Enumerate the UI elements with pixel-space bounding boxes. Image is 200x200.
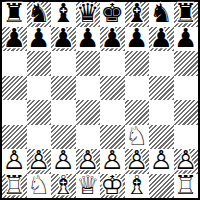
piece-bP-g7[interactable]: ♟ — [150, 25, 173, 51]
square-b1[interactable]: ♞♘ — [27, 174, 52, 199]
square-e1[interactable]: ♚♔ — [100, 174, 125, 199]
piece-halo: ♟ — [125, 25, 148, 51]
square-e4[interactable] — [100, 100, 125, 125]
square-e6[interactable] — [100, 51, 125, 76]
square-c5[interactable] — [51, 76, 76, 101]
square-f8[interactable]: ♝♝ — [125, 2, 150, 27]
square-c8[interactable]: ♝♝ — [51, 2, 76, 27]
piece-halo: ♟ — [76, 25, 99, 51]
piece-halo: ♟ — [27, 147, 50, 173]
piece-halo: ♝ — [125, 172, 148, 198]
square-e8[interactable]: ♚♚ — [100, 2, 125, 27]
square-g3[interactable] — [149, 125, 174, 150]
square-c2[interactable]: ♟♙ — [51, 149, 76, 174]
piece-bP-f7[interactable]: ♟ — [125, 25, 148, 51]
piece-wP-f2[interactable]: ♙ — [125, 147, 148, 173]
piece-halo: ♝ — [52, 0, 75, 26]
piece-halo: ♞ — [27, 0, 50, 26]
square-e5[interactable] — [100, 76, 125, 101]
square-a3[interactable] — [2, 125, 27, 150]
square-h2[interactable]: ♟♙ — [174, 149, 199, 174]
piece-wP-h2[interactable]: ♙ — [174, 147, 197, 173]
piece-bP-b7[interactable]: ♟ — [27, 25, 50, 51]
piece-halo: ♟ — [3, 25, 26, 51]
square-a2[interactable]: ♟♙ — [2, 149, 27, 174]
piece-halo: ♟ — [27, 25, 50, 51]
square-b3[interactable] — [27, 125, 52, 150]
square-f4[interactable] — [125, 100, 150, 125]
piece-bN-b8[interactable]: ♞ — [27, 0, 50, 26]
square-b2[interactable]: ♟♙ — [27, 149, 52, 174]
piece-halo: ♞ — [125, 123, 148, 149]
piece-halo: ♟ — [150, 25, 173, 51]
piece-bR-h8[interactable]: ♜ — [174, 0, 197, 26]
piece-halo: ♝ — [52, 172, 75, 198]
square-g6[interactable] — [149, 51, 174, 76]
piece-halo: ♟ — [174, 147, 197, 173]
piece-halo: ♜ — [3, 172, 26, 198]
square-h7[interactable]: ♟♟ — [174, 27, 199, 52]
square-d8[interactable]: ♛♛ — [76, 2, 101, 27]
piece-halo: ♟ — [101, 147, 124, 173]
piece-halo: ♟ — [52, 147, 75, 173]
square-c4[interactable] — [51, 100, 76, 125]
piece-wR-h1[interactable]: ♖ — [174, 172, 197, 198]
piece-bP-e7[interactable]: ♟ — [101, 25, 124, 51]
square-h3[interactable] — [174, 125, 199, 150]
piece-bB-c8[interactable]: ♝ — [52, 0, 75, 26]
square-a8[interactable]: ♜♜ — [2, 2, 27, 27]
piece-halo: ♛ — [76, 0, 99, 26]
piece-bN-g8[interactable]: ♞ — [150, 0, 173, 26]
piece-wP-e2[interactable]: ♙ — [101, 147, 124, 173]
square-a1[interactable]: ♜♖ — [2, 174, 27, 199]
piece-halo: ♚ — [101, 172, 124, 198]
square-b8[interactable]: ♞♞ — [27, 2, 52, 27]
square-a7[interactable]: ♟♟ — [2, 27, 27, 52]
square-e7[interactable]: ♟♟ — [100, 27, 125, 52]
piece-bP-d7[interactable]: ♟ — [76, 25, 99, 51]
square-d5[interactable] — [76, 76, 101, 101]
piece-wP-b2[interactable]: ♙ — [27, 147, 50, 173]
piece-halo: ♟ — [52, 25, 75, 51]
square-b6[interactable] — [27, 51, 52, 76]
square-b7[interactable]: ♟♟ — [27, 27, 52, 52]
piece-halo: ♟ — [101, 25, 124, 51]
piece-bR-a8[interactable]: ♜ — [3, 0, 26, 26]
square-a4[interactable] — [2, 100, 27, 125]
piece-wK-e1[interactable]: ♔ — [101, 172, 124, 198]
square-h4[interactable] — [174, 100, 199, 125]
piece-halo: ♟ — [3, 147, 26, 173]
piece-wQ-d1[interactable]: ♕ — [76, 172, 99, 198]
piece-halo: ♛ — [76, 172, 99, 198]
piece-wP-g2[interactable]: ♙ — [150, 147, 173, 173]
square-c1[interactable]: ♝♗ — [51, 174, 76, 199]
piece-halo: ♟ — [174, 25, 197, 51]
piece-wP-c2[interactable]: ♙ — [52, 147, 75, 173]
square-f3[interactable]: ♞♘ — [125, 125, 150, 150]
piece-bB-f8[interactable]: ♝ — [125, 0, 148, 26]
square-f1[interactable]: ♝♗ — [125, 174, 150, 199]
square-a5[interactable] — [2, 76, 27, 101]
square-f2[interactable]: ♟♙ — [125, 149, 150, 174]
piece-halo: ♟ — [76, 147, 99, 173]
piece-bP-c7[interactable]: ♟ — [52, 25, 75, 51]
piece-wB-c1[interactable]: ♗ — [52, 172, 75, 198]
piece-halo: ♟ — [150, 147, 173, 173]
square-h8[interactable]: ♜♜ — [174, 2, 199, 27]
piece-wB-f1[interactable]: ♗ — [125, 172, 148, 198]
square-d1[interactable]: ♛♕ — [76, 174, 101, 199]
piece-wP-a2[interactable]: ♙ — [3, 147, 26, 173]
square-g4[interactable] — [149, 100, 174, 125]
square-g2[interactable]: ♟♙ — [149, 149, 174, 174]
square-g5[interactable] — [149, 76, 174, 101]
square-g8[interactable]: ♞♞ — [149, 2, 174, 27]
piece-halo: ♞ — [27, 172, 50, 198]
piece-wN-f3[interactable]: ♘ — [125, 123, 148, 149]
piece-wP-d2[interactable]: ♙ — [76, 147, 99, 173]
square-h1[interactable]: ♜♖ — [174, 174, 199, 199]
square-d7[interactable]: ♟♟ — [76, 27, 101, 52]
square-c6[interactable] — [51, 51, 76, 76]
square-f5[interactable] — [125, 76, 150, 101]
square-d6[interactable] — [76, 51, 101, 76]
square-e3[interactable] — [100, 125, 125, 150]
square-e2[interactable]: ♟♙ — [100, 149, 125, 174]
piece-halo: ♟ — [125, 147, 148, 173]
piece-halo: ♞ — [150, 0, 173, 26]
square-h6[interactable] — [174, 51, 199, 76]
piece-bQ-d8[interactable]: ♛ — [76, 0, 99, 26]
square-d3[interactable] — [76, 125, 101, 150]
square-c7[interactable]: ♟♟ — [51, 27, 76, 52]
piece-bP-a7[interactable]: ♟ — [3, 25, 26, 51]
square-h5[interactable] — [174, 76, 199, 101]
square-d2[interactable]: ♟♙ — [76, 149, 101, 174]
square-b4[interactable] — [27, 100, 52, 125]
piece-halo: ♝ — [125, 0, 148, 26]
piece-bK-e8[interactable]: ♚ — [101, 0, 124, 26]
piece-halo: ♚ — [101, 0, 124, 26]
square-d4[interactable] — [76, 100, 101, 125]
chess-board: ♜♜♞♞♝♝♛♛♚♚♝♝♞♞♜♜♟♟♟♟♟♟♟♟♟♟♟♟♟♟♟♟♞♘♟♙♟♙♟♙… — [0, 0, 200, 200]
piece-halo: ♜ — [174, 172, 197, 198]
square-f6[interactable] — [125, 51, 150, 76]
square-c3[interactable] — [51, 125, 76, 150]
piece-wR-a1[interactable]: ♖ — [3, 172, 26, 198]
piece-halo: ♜ — [174, 0, 197, 26]
square-b5[interactable] — [27, 76, 52, 101]
piece-wN-b1[interactable]: ♘ — [27, 172, 50, 198]
square-g7[interactable]: ♟♟ — [149, 27, 174, 52]
square-a6[interactable] — [2, 51, 27, 76]
piece-halo: ♜ — [3, 0, 26, 26]
piece-bP-h7[interactable]: ♟ — [174, 25, 197, 51]
square-g1[interactable] — [149, 174, 174, 199]
square-f7[interactable]: ♟♟ — [125, 27, 150, 52]
